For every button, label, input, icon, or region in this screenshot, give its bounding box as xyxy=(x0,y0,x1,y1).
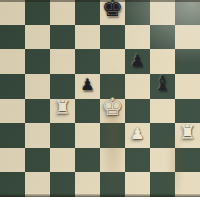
square-h2[interactable] xyxy=(175,148,200,173)
square-a8[interactable] xyxy=(0,0,25,25)
square-b7[interactable] xyxy=(25,25,50,50)
square-f4[interactable] xyxy=(125,99,150,124)
piece-black-pawn-d5[interactable]: ♟ xyxy=(75,73,100,98)
square-f6[interactable]: ♟ xyxy=(125,49,150,74)
square-c1[interactable] xyxy=(50,172,75,197)
square-c3[interactable] xyxy=(50,123,75,148)
square-f2[interactable] xyxy=(125,148,150,173)
square-a4[interactable] xyxy=(0,99,25,124)
square-b4[interactable] xyxy=(25,99,50,124)
square-a5[interactable] xyxy=(0,74,25,99)
square-g7[interactable] xyxy=(150,25,175,50)
square-d4[interactable] xyxy=(75,99,100,124)
square-d6[interactable] xyxy=(75,49,100,74)
square-e3[interactable] xyxy=(100,123,125,148)
square-b5[interactable] xyxy=(25,74,50,99)
piece-black-king-e8[interactable]: ♚ xyxy=(100,0,125,21)
square-h7[interactable] xyxy=(175,25,200,50)
square-d2[interactable] xyxy=(75,148,100,173)
square-a6[interactable] xyxy=(0,49,25,74)
square-b8[interactable] xyxy=(25,0,50,25)
square-h6[interactable] xyxy=(175,49,200,74)
square-b2[interactable] xyxy=(25,148,50,173)
square-f5[interactable] xyxy=(125,74,150,99)
piece-black-pawn-f6[interactable]: ♟ xyxy=(125,48,150,73)
piece-black-bishop-g5[interactable]: ♝ xyxy=(150,71,175,96)
square-b6[interactable] xyxy=(25,49,50,74)
square-e2[interactable] xyxy=(100,148,125,173)
piece-white-rook-h3[interactable]: ♜ xyxy=(175,120,200,145)
square-b3[interactable] xyxy=(25,123,50,148)
square-c6[interactable] xyxy=(50,49,75,74)
square-d7[interactable] xyxy=(75,25,100,50)
square-c2[interactable] xyxy=(50,148,75,173)
square-f3[interactable]: ♟ xyxy=(125,123,150,148)
square-e8[interactable]: ♚ xyxy=(100,0,125,25)
square-b1[interactable] xyxy=(25,172,50,197)
chessboard-photo: ♚♟♟♝♜♚♟♜ xyxy=(0,0,200,197)
square-h3[interactable]: ♜ xyxy=(175,123,200,148)
square-e1[interactable] xyxy=(100,172,125,197)
square-f8[interactable] xyxy=(125,0,150,25)
square-d8[interactable] xyxy=(75,0,100,25)
square-h5[interactable] xyxy=(175,74,200,99)
piece-white-pawn-f3[interactable]: ♟ xyxy=(125,122,150,147)
square-g8[interactable] xyxy=(150,0,175,25)
square-d3[interactable] xyxy=(75,123,100,148)
square-f7[interactable] xyxy=(125,25,150,50)
square-f1[interactable] xyxy=(125,172,150,197)
square-a2[interactable] xyxy=(0,148,25,173)
square-c8[interactable] xyxy=(50,0,75,25)
square-e6[interactable] xyxy=(100,49,125,74)
square-h8[interactable] xyxy=(175,0,200,25)
square-g1[interactable] xyxy=(150,172,175,197)
square-a1[interactable] xyxy=(0,172,25,197)
square-e7[interactable] xyxy=(100,25,125,50)
square-a3[interactable] xyxy=(0,123,25,148)
square-g2[interactable] xyxy=(150,148,175,173)
square-e4[interactable]: ♚ xyxy=(100,99,125,124)
square-d1[interactable] xyxy=(75,172,100,197)
chess-board: ♚♟♟♝♜♚♟♜ xyxy=(0,0,200,197)
piece-white-king-e4[interactable]: ♚ xyxy=(100,95,125,120)
piece-white-rook-c4[interactable]: ♜ xyxy=(50,96,75,121)
square-h1[interactable] xyxy=(175,172,200,197)
square-g5[interactable]: ♝ xyxy=(150,74,175,99)
square-g3[interactable] xyxy=(150,123,175,148)
square-c4[interactable]: ♜ xyxy=(50,99,75,124)
square-g4[interactable] xyxy=(150,99,175,124)
square-a7[interactable] xyxy=(0,25,25,50)
square-c7[interactable] xyxy=(50,25,75,50)
square-d5[interactable]: ♟ xyxy=(75,74,100,99)
